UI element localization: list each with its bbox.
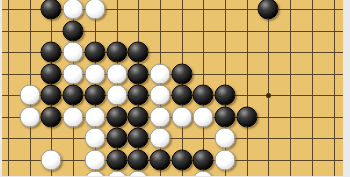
stone-black[interactable] (84, 42, 105, 63)
stone-white[interactable] (84, 63, 105, 84)
stone-white[interactable] (128, 171, 149, 177)
stone-black[interactable] (128, 42, 149, 63)
stone-white[interactable] (149, 106, 170, 127)
stone-black[interactable] (84, 85, 105, 106)
stone-black[interactable] (41, 85, 62, 106)
stone-white[interactable] (63, 63, 84, 84)
grid-line-vertical (290, 0, 291, 176)
grid-line-horizontal (2, 31, 343, 32)
stone-black[interactable] (63, 20, 84, 41)
stone-white[interactable] (149, 128, 170, 149)
stone-white[interactable] (193, 106, 214, 127)
stone-black[interactable] (106, 128, 127, 149)
go-board[interactable] (2, 0, 343, 176)
stone-black[interactable] (171, 149, 192, 170)
stone-white[interactable] (84, 0, 105, 20)
star-point (266, 93, 271, 98)
stone-black[interactable] (41, 42, 62, 63)
stone-white[interactable] (106, 63, 127, 84)
stone-white[interactable] (63, 0, 84, 20)
stone-black[interactable] (41, 106, 62, 127)
grid-line-horizontal (2, 138, 343, 139)
grid-line-vertical (312, 0, 313, 176)
stone-white[interactable] (84, 128, 105, 149)
page-background: { "game": "go", "note": "cropped view of… (0, 0, 350, 176)
stone-black[interactable] (128, 85, 149, 106)
stone-white[interactable] (171, 106, 192, 127)
stone-white[interactable] (215, 128, 236, 149)
stone-black[interactable] (106, 149, 127, 170)
stone-white[interactable] (63, 42, 84, 63)
stone-black[interactable] (106, 106, 127, 127)
stone-black[interactable] (171, 63, 192, 84)
stone-white[interactable] (84, 106, 105, 127)
stone-white[interactable] (19, 106, 40, 127)
stone-white[interactable] (149, 85, 170, 106)
stone-white[interactable] (106, 171, 127, 177)
stone-black[interactable] (106, 42, 127, 63)
stone-white[interactable] (19, 85, 40, 106)
stone-black[interactable] (193, 149, 214, 170)
stone-black[interactable] (171, 85, 192, 106)
grid-line-vertical (334, 0, 335, 176)
grid-line-vertical (247, 0, 248, 176)
stone-black[interactable] (128, 106, 149, 127)
stone-black[interactable] (41, 63, 62, 84)
stone-white[interactable] (149, 63, 170, 84)
stone-white[interactable] (215, 149, 236, 170)
stone-black[interactable] (193, 85, 214, 106)
grid-line-vertical (268, 0, 269, 176)
stone-white[interactable] (84, 171, 105, 177)
stone-black[interactable] (215, 106, 236, 127)
stone-black[interactable] (236, 106, 257, 127)
stone-white[interactable] (63, 106, 84, 127)
stone-black[interactable] (149, 149, 170, 170)
stone-white[interactable] (106, 85, 127, 106)
stone-black[interactable] (215, 85, 236, 106)
stone-black[interactable] (258, 0, 279, 20)
stone-black[interactable] (63, 85, 84, 106)
stone-white[interactable] (84, 149, 105, 170)
stone-white[interactable] (41, 149, 62, 170)
stone-black[interactable] (41, 0, 62, 20)
stone-black[interactable] (128, 149, 149, 170)
stone-white[interactable] (193, 171, 214, 177)
grid-line-vertical (8, 0, 9, 176)
stone-black[interactable] (128, 63, 149, 84)
stone-black[interactable] (128, 128, 149, 149)
